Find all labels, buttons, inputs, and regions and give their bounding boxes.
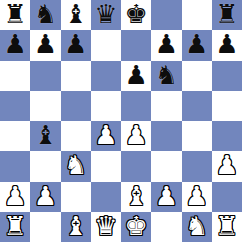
square-a1[interactable]: ♜ [0,212,30,242]
square-g7[interactable]: ♟ [182,30,212,60]
square-f1[interactable] [151,212,181,242]
square-c7[interactable]: ♟ [61,30,91,60]
square-e7[interactable] [121,30,151,60]
square-b2[interactable]: ♟ [30,182,60,212]
square-d8[interactable]: ♛ [91,0,121,30]
white-pawn[interactable]: ♟ [155,183,178,209]
white-pawn[interactable]: ♟ [3,183,26,209]
white-king[interactable]: ♚ [124,213,147,239]
square-f3[interactable] [151,151,181,181]
square-h2[interactable] [212,182,242,212]
square-b5[interactable] [30,91,60,121]
square-d5[interactable] [91,91,121,121]
square-d3[interactable] [91,151,121,181]
square-c8[interactable]: ♝ [61,0,91,30]
square-f5[interactable] [151,91,181,121]
square-h1[interactable]: ♜ [212,212,242,242]
square-f8[interactable] [151,0,181,30]
square-a7[interactable]: ♟ [0,30,30,60]
square-h4[interactable] [212,121,242,151]
square-c4[interactable] [61,121,91,151]
square-e3[interactable] [121,151,151,181]
white-bishop[interactable]: ♝ [124,183,147,209]
square-e4[interactable]: ♟ [121,121,151,151]
square-h6[interactable] [212,61,242,91]
black-queen[interactable]: ♛ [94,1,117,27]
square-g8[interactable] [182,0,212,30]
square-f6[interactable]: ♞ [151,61,181,91]
square-e8[interactable]: ♚ [121,0,151,30]
black-pawn[interactable]: ♟ [3,31,26,57]
square-e2[interactable]: ♝ [121,182,151,212]
square-h3[interactable]: ♟ [212,151,242,181]
black-pawn[interactable]: ♟ [155,31,178,57]
square-f4[interactable] [151,121,181,151]
white-bishop[interactable]: ♝ [64,213,87,239]
black-king[interactable]: ♚ [124,1,147,27]
black-knight[interactable]: ♞ [155,62,178,88]
square-b3[interactable] [30,151,60,181]
white-pawn[interactable]: ♟ [124,122,147,148]
square-b4[interactable]: ♝ [30,121,60,151]
black-pawn[interactable]: ♟ [34,31,57,57]
square-g4[interactable] [182,121,212,151]
square-c5[interactable] [61,91,91,121]
square-f2[interactable]: ♟ [151,182,181,212]
square-e1[interactable]: ♚ [121,212,151,242]
square-b8[interactable]: ♞ [30,0,60,30]
square-c1[interactable]: ♝ [61,212,91,242]
square-b7[interactable]: ♟ [30,30,60,60]
square-g2[interactable]: ♟ [182,182,212,212]
black-pawn[interactable]: ♟ [215,31,238,57]
square-e6[interactable]: ♟ [121,61,151,91]
square-g3[interactable] [182,151,212,181]
square-d7[interactable] [91,30,121,60]
square-h8[interactable]: ♜ [212,0,242,30]
white-pawn[interactable]: ♟ [34,183,57,209]
square-c6[interactable] [61,61,91,91]
square-e5[interactable] [121,91,151,121]
white-pawn[interactable]: ♟ [94,122,117,148]
white-knight[interactable]: ♞ [185,213,208,239]
white-pawn[interactable]: ♟ [215,152,238,178]
black-pawn[interactable]: ♟ [185,31,208,57]
square-a2[interactable]: ♟ [0,182,30,212]
square-f7[interactable]: ♟ [151,30,181,60]
square-c3[interactable]: ♞ [61,151,91,181]
square-b6[interactable] [30,61,60,91]
white-knight[interactable]: ♞ [64,152,87,178]
black-rook[interactable]: ♜ [215,1,238,27]
white-pawn[interactable]: ♟ [185,183,208,209]
square-b1[interactable] [30,212,60,242]
black-rook[interactable]: ♜ [3,1,26,27]
black-knight[interactable]: ♞ [34,1,57,27]
square-h5[interactable] [212,91,242,121]
white-rook[interactable]: ♜ [215,213,238,239]
square-g1[interactable]: ♞ [182,212,212,242]
square-d4[interactable]: ♟ [91,121,121,151]
square-a3[interactable] [0,151,30,181]
square-c2[interactable] [61,182,91,212]
square-a4[interactable] [0,121,30,151]
square-d1[interactable]: ♛ [91,212,121,242]
square-d2[interactable] [91,182,121,212]
black-bishop[interactable]: ♝ [64,1,87,27]
square-a5[interactable] [0,91,30,121]
square-g6[interactable] [182,61,212,91]
chess-board: ♜♞♝♛♚♜♟♟♟♟♟♟♟♞♝♟♟♞♟♟♟♝♟♟♜♝♛♚♞♜ [0,0,242,242]
square-g5[interactable] [182,91,212,121]
square-h7[interactable]: ♟ [212,30,242,60]
white-queen[interactable]: ♛ [94,213,117,239]
black-pawn[interactable]: ♟ [64,31,87,57]
black-bishop[interactable]: ♝ [34,122,57,148]
square-d6[interactable] [91,61,121,91]
white-rook[interactable]: ♜ [3,213,26,239]
black-pawn[interactable]: ♟ [124,62,147,88]
square-a8[interactable]: ♜ [0,0,30,30]
square-a6[interactable] [0,61,30,91]
